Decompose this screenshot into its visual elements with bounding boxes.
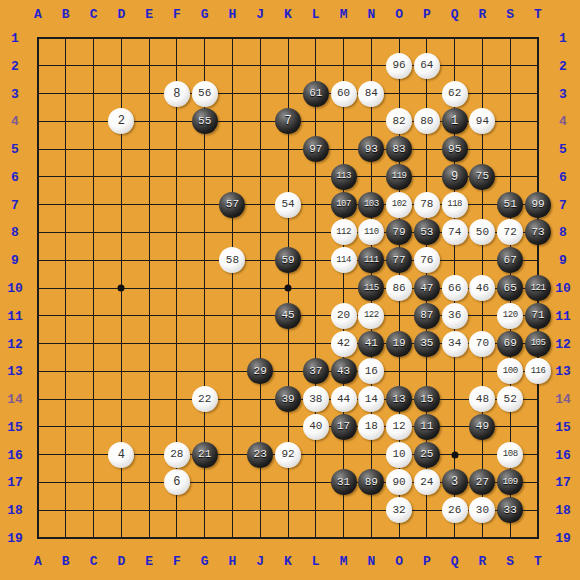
stone-white-82: 82 — [386, 108, 412, 134]
stone-black-65: 65 — [497, 275, 523, 301]
stone-white-36: 36 — [442, 303, 468, 329]
stone-move-number: 28 — [170, 449, 183, 460]
stone-move-number: 6 — [173, 476, 180, 488]
coord-top-R: R — [479, 7, 487, 22]
coord-right-16: 16 — [555, 447, 571, 462]
stone-white-102: 102 — [386, 192, 412, 218]
coord-top-S: S — [506, 7, 514, 22]
stone-black-19: 19 — [386, 331, 412, 357]
stone-move-number: 114 — [336, 256, 351, 265]
stone-white-86: 86 — [386, 275, 412, 301]
stone-move-number: 122 — [364, 311, 379, 320]
stone-black-109: 109 — [497, 469, 523, 495]
stone-black-93: 93 — [358, 136, 384, 162]
stone-black-45: 45 — [275, 303, 301, 329]
coord-bottom-N: N — [367, 554, 375, 569]
stone-white-44: 44 — [331, 386, 357, 412]
stone-black-47: 47 — [414, 275, 440, 301]
coord-left-18: 18 — [7, 503, 23, 518]
stone-black-67: 67 — [497, 247, 523, 273]
stone-move-number: 55 — [198, 116, 211, 127]
stone-white-112: 112 — [331, 219, 357, 245]
stone-white-116: 116 — [525, 358, 551, 384]
stone-move-number: 20 — [337, 310, 350, 321]
go-board[interactable]: AA11BB22CC33DD44EE55FF66GG77HH88JJ99KK10… — [0, 0, 580, 580]
coord-bottom-H: H — [229, 554, 237, 569]
stone-move-number: 25 — [420, 449, 433, 460]
stone-white-78: 78 — [414, 192, 440, 218]
stone-black-7: 7 — [275, 108, 301, 134]
stone-move-number: 57 — [226, 199, 239, 210]
coord-top-T: T — [534, 7, 542, 22]
stone-move-number: 30 — [476, 505, 489, 516]
stone-move-number: 45 — [281, 310, 294, 321]
stone-move-number: 10 — [393, 449, 406, 460]
coord-right-12: 12 — [555, 336, 571, 351]
stone-white-56: 56 — [192, 81, 218, 107]
stone-white-66: 66 — [442, 275, 468, 301]
stone-move-number: 41 — [365, 338, 378, 349]
stone-black-23: 23 — [247, 442, 273, 468]
coord-bottom-A: A — [34, 554, 42, 569]
stone-move-number: 102 — [392, 200, 407, 209]
stone-move-number: 118 — [447, 200, 462, 209]
stone-move-number: 39 — [281, 394, 294, 405]
stone-move-number: 54 — [281, 199, 294, 210]
stone-move-number: 16 — [365, 366, 378, 377]
stone-move-number: 42 — [337, 338, 350, 349]
stone-move-number: 60 — [337, 88, 350, 99]
stone-white-16: 16 — [358, 358, 384, 384]
stone-white-76: 76 — [414, 247, 440, 273]
coord-right-5: 5 — [559, 142, 567, 157]
star-point-Q16 — [451, 451, 458, 458]
stone-white-46: 46 — [469, 275, 495, 301]
stone-white-22: 22 — [192, 386, 218, 412]
stone-black-17: 17 — [331, 414, 357, 440]
coord-bottom-L: L — [312, 554, 320, 569]
stone-white-48: 48 — [469, 386, 495, 412]
stone-black-57: 57 — [219, 192, 245, 218]
stone-black-107: 107 — [331, 192, 357, 218]
coord-right-10: 10 — [555, 281, 571, 296]
stone-black-77: 77 — [386, 247, 412, 273]
stone-white-118: 118 — [442, 192, 468, 218]
stone-move-number: 4 — [118, 449, 125, 461]
coord-left-15: 15 — [7, 419, 23, 434]
stone-black-49: 49 — [469, 414, 495, 440]
coord-bottom-F: F — [173, 554, 181, 569]
coord-left-5: 5 — [11, 142, 19, 157]
coord-right-18: 18 — [555, 503, 571, 518]
stone-move-number: 14 — [365, 394, 378, 405]
stone-black-9: 9 — [442, 164, 468, 190]
stone-move-number: 53 — [420, 227, 433, 238]
stone-move-number: 9 — [451, 171, 458, 183]
stone-move-number: 67 — [504, 255, 517, 266]
stone-move-number: 48 — [476, 394, 489, 405]
stone-white-26: 26 — [442, 497, 468, 523]
coord-left-16: 16 — [7, 447, 23, 462]
stone-move-number: 92 — [281, 449, 294, 460]
coord-left-4: 4 — [11, 114, 19, 129]
stone-move-number: 13 — [393, 394, 406, 405]
stone-white-24: 24 — [414, 469, 440, 495]
stone-move-number: 80 — [420, 116, 433, 127]
stone-move-number: 32 — [393, 505, 406, 516]
stone-move-number: 51 — [504, 199, 517, 210]
grid-line-vertical — [315, 37, 316, 539]
stone-white-100: 100 — [497, 358, 523, 384]
stone-move-number: 105 — [531, 339, 546, 348]
coord-left-9: 9 — [11, 253, 19, 268]
stone-move-number: 62 — [448, 88, 461, 99]
stone-move-number: 58 — [226, 255, 239, 266]
stone-move-number: 40 — [309, 421, 322, 432]
stone-move-number: 76 — [420, 255, 433, 266]
stone-white-72: 72 — [497, 219, 523, 245]
stone-white-54: 54 — [275, 192, 301, 218]
stone-black-105: 105 — [525, 331, 551, 357]
stone-white-32: 32 — [386, 497, 412, 523]
stone-move-number: 34 — [448, 338, 461, 349]
stone-move-number: 12 — [393, 421, 406, 432]
coord-bottom-M: M — [340, 554, 348, 569]
stone-move-number: 79 — [393, 227, 406, 238]
stone-move-number: 109 — [503, 478, 518, 487]
stone-white-64: 64 — [414, 53, 440, 79]
coord-bottom-K: K — [284, 554, 292, 569]
stone-black-21: 21 — [192, 442, 218, 468]
stone-black-79: 79 — [386, 219, 412, 245]
stone-move-number: 78 — [420, 199, 433, 210]
coord-left-10: 10 — [7, 281, 23, 296]
coord-left-3: 3 — [11, 86, 19, 101]
grid-line-vertical — [343, 37, 344, 539]
stone-black-95: 95 — [442, 136, 468, 162]
grid-line-horizontal — [37, 537, 539, 539]
stone-black-99: 99 — [525, 192, 551, 218]
stone-move-number: 100 — [503, 367, 518, 376]
stone-move-number: 35 — [420, 338, 433, 349]
stone-move-number: 11 — [420, 421, 433, 432]
star-point-D10 — [118, 285, 125, 292]
stone-move-number: 77 — [393, 255, 406, 266]
stone-move-number: 83 — [393, 144, 406, 155]
coord-bottom-Q: Q — [451, 554, 459, 569]
stone-white-4: 4 — [108, 442, 134, 468]
stone-black-37: 37 — [303, 358, 329, 384]
stone-move-number: 74 — [448, 227, 461, 238]
stone-white-92: 92 — [275, 442, 301, 468]
stone-white-34: 34 — [442, 331, 468, 357]
stone-move-number: 89 — [365, 477, 378, 488]
stone-move-number: 66 — [448, 283, 461, 294]
stone-move-number: 47 — [420, 283, 433, 294]
stone-move-number: 37 — [309, 366, 322, 377]
stone-black-11: 11 — [414, 414, 440, 440]
coord-left-13: 13 — [7, 364, 23, 379]
stone-move-number: 112 — [336, 228, 351, 237]
coord-right-6: 6 — [559, 169, 567, 184]
stone-black-97: 97 — [303, 136, 329, 162]
stone-move-number: 115 — [364, 284, 379, 293]
stone-move-number: 64 — [420, 60, 433, 71]
stone-move-number: 38 — [309, 394, 322, 405]
coord-right-2: 2 — [559, 58, 567, 73]
stone-black-27: 27 — [469, 469, 495, 495]
coord-left-12: 12 — [7, 336, 23, 351]
stone-move-number: 72 — [504, 227, 517, 238]
stone-move-number: 19 — [393, 338, 406, 349]
stone-move-number: 3 — [451, 476, 458, 488]
stone-move-number: 7 — [284, 115, 291, 127]
stone-move-number: 108 — [503, 450, 518, 459]
stone-move-number: 31 — [337, 477, 350, 488]
stone-black-13: 13 — [386, 386, 412, 412]
stone-move-number: 23 — [254, 449, 267, 460]
coord-right-8: 8 — [559, 225, 567, 240]
stone-white-8: 8 — [164, 81, 190, 107]
stone-black-29: 29 — [247, 358, 273, 384]
stone-white-114: 114 — [331, 247, 357, 273]
stone-black-69: 69 — [497, 331, 523, 357]
coord-right-4: 4 — [559, 114, 567, 129]
coord-top-K: K — [284, 7, 292, 22]
stone-black-103: 103 — [358, 192, 384, 218]
stone-move-number: 97 — [309, 144, 322, 155]
coord-top-C: C — [90, 7, 98, 22]
stone-white-94: 94 — [469, 108, 495, 134]
stone-move-number: 46 — [476, 283, 489, 294]
stone-white-12: 12 — [386, 414, 412, 440]
stone-move-number: 18 — [365, 421, 378, 432]
stone-black-1: 1 — [442, 108, 468, 134]
stone-white-110: 110 — [358, 219, 384, 245]
coord-right-14: 14 — [555, 392, 571, 407]
stone-move-number: 21 — [198, 449, 211, 460]
coord-top-B: B — [62, 7, 70, 22]
stone-move-number: 24 — [420, 477, 433, 488]
coord-left-1: 1 — [11, 31, 19, 46]
stone-black-39: 39 — [275, 386, 301, 412]
stone-move-number: 120 — [503, 311, 518, 320]
stone-white-42: 42 — [331, 331, 357, 357]
stone-move-number: 61 — [309, 88, 322, 99]
coord-bottom-R: R — [479, 554, 487, 569]
stone-black-73: 73 — [525, 219, 551, 245]
coord-top-H: H — [229, 7, 237, 22]
coord-top-J: J — [256, 7, 264, 22]
stone-black-71: 71 — [525, 303, 551, 329]
stone-move-number: 94 — [476, 116, 489, 127]
stone-move-number: 59 — [281, 255, 294, 266]
stone-black-15: 15 — [414, 386, 440, 412]
stone-white-28: 28 — [164, 442, 190, 468]
stone-move-number: 26 — [448, 505, 461, 516]
coord-right-3: 3 — [559, 86, 567, 101]
stone-black-121: 121 — [525, 275, 551, 301]
coord-left-8: 8 — [11, 225, 19, 240]
stone-white-74: 74 — [442, 219, 468, 245]
stone-move-number: 52 — [504, 394, 517, 405]
coord-top-F: F — [173, 7, 181, 22]
coord-right-7: 7 — [559, 197, 567, 212]
stone-move-number: 119 — [392, 172, 407, 181]
coord-right-13: 13 — [555, 364, 571, 379]
stone-move-number: 121 — [531, 284, 546, 293]
coord-left-2: 2 — [11, 58, 19, 73]
coord-right-15: 15 — [555, 419, 571, 434]
coord-left-7: 7 — [11, 197, 19, 212]
stone-black-115: 115 — [358, 275, 384, 301]
stone-white-30: 30 — [469, 497, 495, 523]
stone-move-number: 113 — [336, 172, 351, 181]
stone-move-number: 71 — [531, 310, 544, 321]
stone-black-55: 55 — [192, 108, 218, 134]
stone-move-number: 111 — [364, 256, 379, 265]
stone-move-number: 84 — [365, 88, 378, 99]
stone-black-89: 89 — [358, 469, 384, 495]
coord-top-N: N — [367, 7, 375, 22]
coord-right-9: 9 — [559, 253, 567, 268]
coord-left-17: 17 — [7, 475, 23, 490]
stone-white-2: 2 — [108, 108, 134, 134]
coord-right-19: 19 — [555, 531, 571, 546]
stone-move-number: 49 — [476, 421, 489, 432]
coord-left-19: 19 — [7, 531, 23, 546]
stone-white-10: 10 — [386, 442, 412, 468]
stone-black-41: 41 — [358, 331, 384, 357]
coord-left-11: 11 — [7, 308, 23, 323]
stone-move-number: 22 — [198, 394, 211, 405]
coord-top-M: M — [340, 7, 348, 22]
coord-bottom-J: J — [256, 554, 264, 569]
stone-white-62: 62 — [442, 81, 468, 107]
stone-white-20: 20 — [331, 303, 357, 329]
coord-bottom-S: S — [506, 554, 514, 569]
stone-black-113: 113 — [331, 164, 357, 190]
stone-black-43: 43 — [331, 358, 357, 384]
stone-black-111: 111 — [358, 247, 384, 273]
stone-move-number: 15 — [420, 394, 433, 405]
stone-white-14: 14 — [358, 386, 384, 412]
stone-move-number: 99 — [531, 199, 544, 210]
stone-white-38: 38 — [303, 386, 329, 412]
stone-move-number: 73 — [531, 227, 544, 238]
grid-line-horizontal — [37, 371, 539, 372]
stone-white-84: 84 — [358, 81, 384, 107]
coord-top-D: D — [117, 7, 125, 22]
stone-black-59: 59 — [275, 247, 301, 273]
stone-move-number: 33 — [504, 505, 517, 516]
coord-bottom-P: P — [423, 554, 431, 569]
stone-move-number: 95 — [448, 144, 461, 155]
stone-move-number: 90 — [393, 477, 406, 488]
coord-bottom-B: B — [62, 554, 70, 569]
stone-move-number: 70 — [476, 338, 489, 349]
stone-black-119: 119 — [386, 164, 412, 190]
stone-black-83: 83 — [386, 136, 412, 162]
stone-move-number: 110 — [364, 228, 379, 237]
coord-top-Q: Q — [451, 7, 459, 22]
coord-right-1: 1 — [559, 31, 567, 46]
stone-move-number: 50 — [476, 227, 489, 238]
coord-left-6: 6 — [11, 169, 19, 184]
stone-move-number: 17 — [337, 421, 350, 432]
stone-white-122: 122 — [358, 303, 384, 329]
stone-black-53: 53 — [414, 219, 440, 245]
grid-line-horizontal — [37, 426, 539, 427]
stone-white-80: 80 — [414, 108, 440, 134]
stone-move-number: 8 — [173, 88, 180, 100]
coord-top-G: G — [201, 7, 209, 22]
stone-move-number: 82 — [393, 116, 406, 127]
stone-move-number: 29 — [254, 366, 267, 377]
stone-white-6: 6 — [164, 469, 190, 495]
stone-black-61: 61 — [303, 81, 329, 107]
stone-black-35: 35 — [414, 331, 440, 357]
stone-white-52: 52 — [497, 386, 523, 412]
coord-bottom-O: O — [395, 554, 403, 569]
stone-black-31: 31 — [331, 469, 357, 495]
coord-right-17: 17 — [555, 475, 571, 490]
stone-move-number: 43 — [337, 366, 350, 377]
stone-move-number: 103 — [364, 200, 379, 209]
coord-bottom-C: C — [90, 554, 98, 569]
stone-white-120: 120 — [497, 303, 523, 329]
stone-white-50: 50 — [469, 219, 495, 245]
stone-move-number: 87 — [420, 310, 433, 321]
coord-top-O: O — [395, 7, 403, 22]
stone-move-number: 75 — [476, 171, 489, 182]
stone-move-number: 69 — [504, 338, 517, 349]
stone-move-number: 36 — [448, 310, 461, 321]
stone-black-25: 25 — [414, 442, 440, 468]
stone-move-number: 65 — [504, 283, 517, 294]
stone-white-60: 60 — [331, 81, 357, 107]
stone-move-number: 1 — [451, 115, 458, 127]
stone-move-number: 93 — [365, 144, 378, 155]
stone-move-number: 56 — [198, 88, 211, 99]
stone-white-18: 18 — [358, 414, 384, 440]
stone-move-number: 27 — [476, 477, 489, 488]
coord-left-14: 14 — [7, 392, 23, 407]
stone-black-33: 33 — [497, 497, 523, 523]
stone-move-number: 116 — [531, 367, 546, 376]
stone-move-number: 107 — [336, 200, 351, 209]
stone-white-70: 70 — [469, 331, 495, 357]
coord-top-A: A — [34, 7, 42, 22]
stone-move-number: 44 — [337, 394, 350, 405]
coord-right-11: 11 — [555, 308, 571, 323]
stone-black-3: 3 — [442, 469, 468, 495]
star-point-K10 — [285, 285, 292, 292]
stone-black-51: 51 — [497, 192, 523, 218]
stone-white-108: 108 — [497, 442, 523, 468]
stone-move-number: 86 — [393, 283, 406, 294]
stone-move-number: 2 — [118, 115, 125, 127]
coord-bottom-E: E — [145, 554, 153, 569]
coord-bottom-T: T — [534, 554, 542, 569]
stone-white-90: 90 — [386, 469, 412, 495]
coord-bottom-G: G — [201, 554, 209, 569]
coord-bottom-D: D — [117, 554, 125, 569]
coord-top-L: L — [312, 7, 320, 22]
stone-white-58: 58 — [219, 247, 245, 273]
stone-move-number: 96 — [393, 60, 406, 71]
coord-top-E: E — [145, 7, 153, 22]
